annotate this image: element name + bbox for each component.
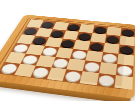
white-checker-piece: ● — [97, 73, 116, 87]
checkers-board: ●●●●●●●●●●●●●●●●●●●●●●●● — [0, 14, 135, 99]
playing-area: ●●●●●●●●●●●●●●●●●●●●●●●● — [0, 19, 127, 86]
board-scene: ●●●●●●●●●●●●●●●●●●●●●●●● — [0, 0, 135, 101]
photo-background: ●●●●●●●●●●●●●●●●●●●●●●●● — [0, 0, 135, 101]
square-r8c8-light — [114, 75, 132, 90]
square-r8c7-dark: ● — [97, 73, 116, 87]
